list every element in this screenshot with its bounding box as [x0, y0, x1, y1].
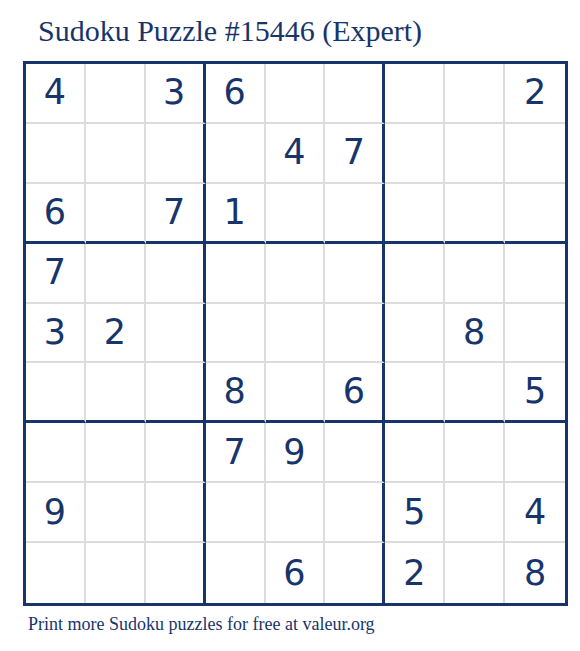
cell-r6c6: 6 — [325, 363, 385, 423]
cell-r3c4: 1 — [206, 184, 266, 244]
cell-r6c2 — [86, 363, 146, 423]
cell-r8c4 — [206, 483, 266, 543]
cell-r8c5 — [266, 483, 326, 543]
cell-r2c7 — [385, 124, 445, 184]
cell-r1c9: 2 — [505, 64, 565, 124]
cell-r3c6 — [325, 184, 385, 244]
sudoku-page: Sudoku Puzzle #15446 (Expert) 4362476717… — [0, 0, 580, 651]
cell-r7c2 — [86, 423, 146, 483]
cell-r3c8 — [445, 184, 505, 244]
cell-r4c9 — [505, 244, 565, 304]
sudoku-board: 436247671732886579954628 — [23, 61, 568, 606]
cell-r6c8 — [445, 363, 505, 423]
cell-r4c2 — [86, 244, 146, 304]
cell-r4c3 — [146, 244, 206, 304]
cell-r5c7 — [385, 304, 445, 364]
cell-r9c3 — [146, 543, 206, 603]
cell-r6c5 — [266, 363, 326, 423]
cell-r7c6 — [325, 423, 385, 483]
cell-r9c8 — [445, 543, 505, 603]
cell-r1c2 — [86, 64, 146, 124]
cell-r9c9: 8 — [505, 543, 565, 603]
cell-r9c1 — [26, 543, 86, 603]
cell-r7c8 — [445, 423, 505, 483]
cell-r5c6 — [325, 304, 385, 364]
cell-r6c4: 8 — [206, 363, 266, 423]
cell-r2c4 — [206, 124, 266, 184]
cell-r5c5 — [266, 304, 326, 364]
cell-r7c1 — [26, 423, 86, 483]
cell-r3c5 — [266, 184, 326, 244]
cell-r3c7 — [385, 184, 445, 244]
cell-r1c6 — [325, 64, 385, 124]
cell-r2c9 — [505, 124, 565, 184]
cell-r5c3 — [146, 304, 206, 364]
cell-r4c7 — [385, 244, 445, 304]
cell-r8c2 — [86, 483, 146, 543]
cell-r5c8: 8 — [445, 304, 505, 364]
cell-r3c3: 7 — [146, 184, 206, 244]
cell-r7c5: 9 — [266, 423, 326, 483]
cell-r4c6 — [325, 244, 385, 304]
cell-r8c7: 5 — [385, 483, 445, 543]
cell-r4c1: 7 — [26, 244, 86, 304]
footer-text: Print more Sudoku puzzles for free at va… — [28, 614, 375, 635]
cell-r4c4 — [206, 244, 266, 304]
cell-r7c7 — [385, 423, 445, 483]
cell-r8c3 — [146, 483, 206, 543]
cell-r1c1: 4 — [26, 64, 86, 124]
cell-r5c4 — [206, 304, 266, 364]
cell-r2c2 — [86, 124, 146, 184]
cell-r4c5 — [266, 244, 326, 304]
cell-r6c7 — [385, 363, 445, 423]
cell-r7c3 — [146, 423, 206, 483]
cell-r4c8 — [445, 244, 505, 304]
cell-r2c8 — [445, 124, 505, 184]
cell-r6c9: 5 — [505, 363, 565, 423]
page-title: Sudoku Puzzle #15446 (Expert) — [38, 14, 422, 48]
cell-r1c5 — [266, 64, 326, 124]
cell-r6c3 — [146, 363, 206, 423]
cell-r1c8 — [445, 64, 505, 124]
cell-r8c6 — [325, 483, 385, 543]
cell-r1c7 — [385, 64, 445, 124]
cell-r1c3: 3 — [146, 64, 206, 124]
cell-r6c1 — [26, 363, 86, 423]
cell-r9c5: 6 — [266, 543, 326, 603]
cell-r8c1: 9 — [26, 483, 86, 543]
cell-r9c4 — [206, 543, 266, 603]
cell-r5c1: 3 — [26, 304, 86, 364]
cell-r7c4: 7 — [206, 423, 266, 483]
cell-r9c7: 2 — [385, 543, 445, 603]
cell-r9c6 — [325, 543, 385, 603]
cell-r7c9 — [505, 423, 565, 483]
cell-r2c5: 4 — [266, 124, 326, 184]
cell-r3c2 — [86, 184, 146, 244]
cell-r5c2: 2 — [86, 304, 146, 364]
cell-r9c2 — [86, 543, 146, 603]
cell-r8c9: 4 — [505, 483, 565, 543]
cell-r5c9 — [505, 304, 565, 364]
cell-r2c1 — [26, 124, 86, 184]
cell-r3c1: 6 — [26, 184, 86, 244]
cell-r8c8 — [445, 483, 505, 543]
cell-r1c4: 6 — [206, 64, 266, 124]
cell-r2c3 — [146, 124, 206, 184]
cell-r2c6: 7 — [325, 124, 385, 184]
cell-r3c9 — [505, 184, 565, 244]
